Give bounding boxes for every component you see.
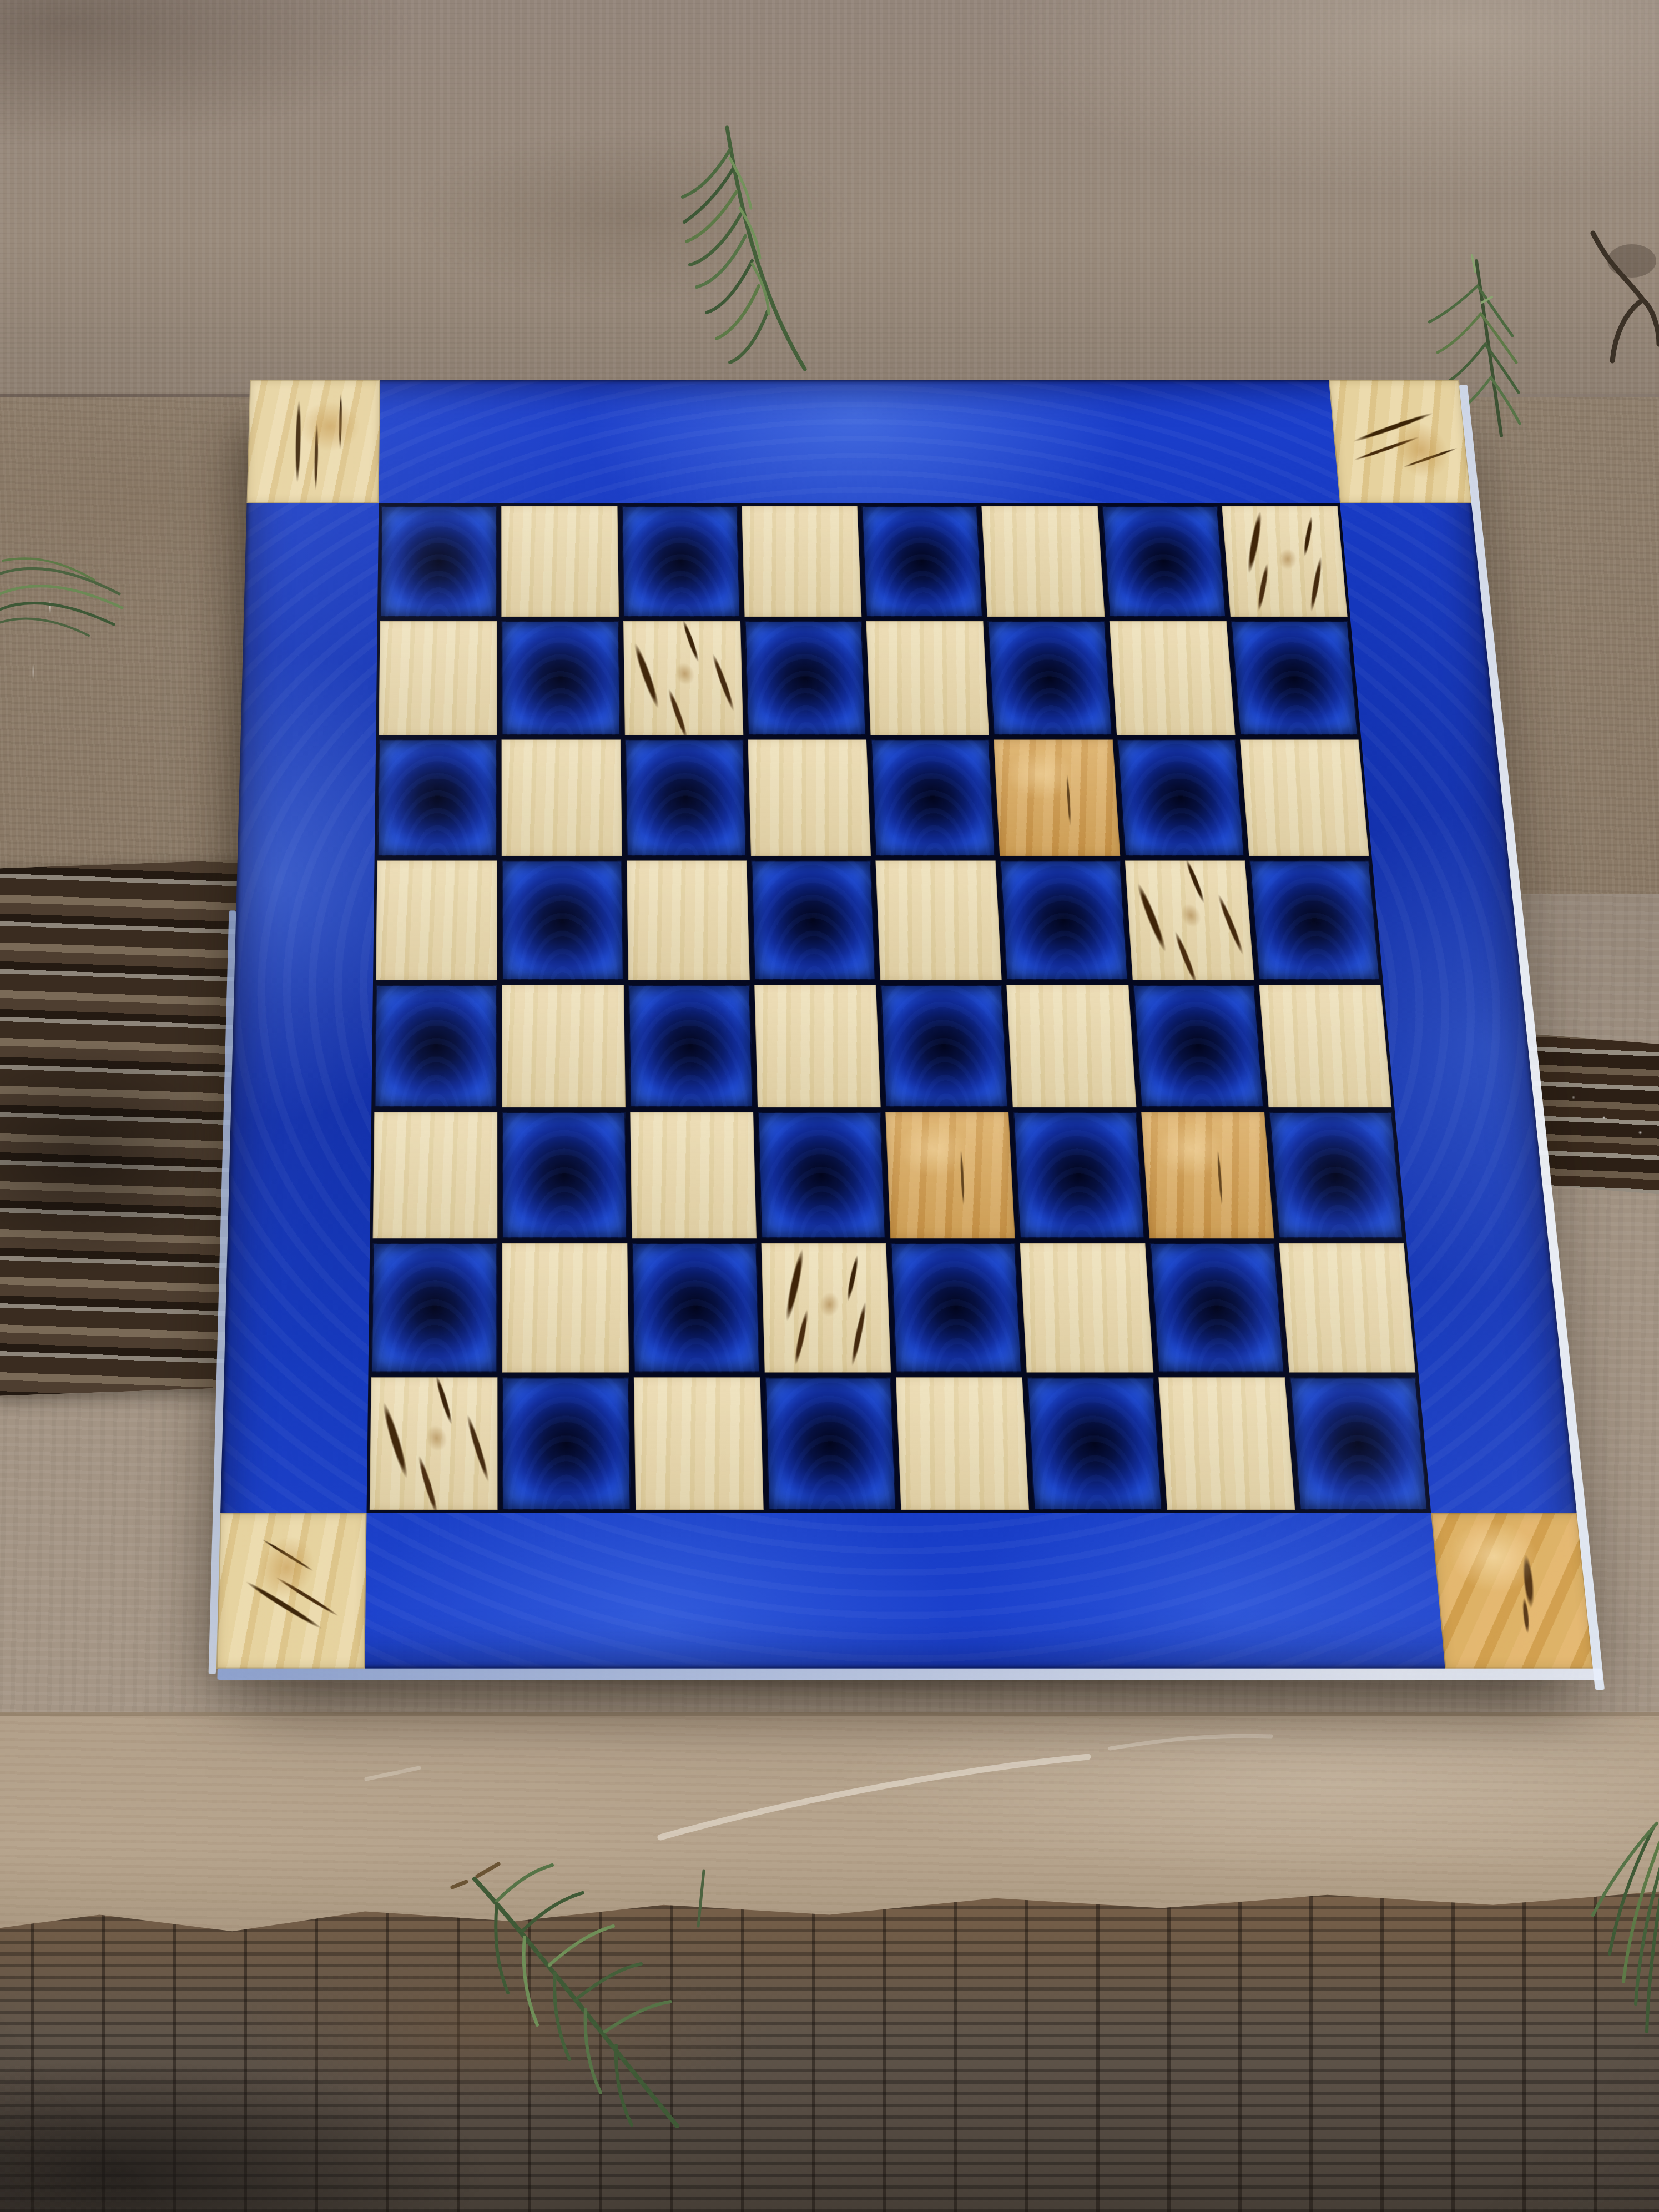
square-h2[interactable] <box>1279 1243 1415 1372</box>
square-g3[interactable] <box>1141 1112 1274 1238</box>
square-f5[interactable] <box>1000 860 1128 980</box>
background-plank-tan <box>0 1712 1659 1932</box>
square-b1[interactable] <box>502 1377 631 1510</box>
square-a3[interactable] <box>373 1112 498 1238</box>
square-d5[interactable] <box>751 860 876 980</box>
square-d1[interactable] <box>765 1377 896 1510</box>
square-b4[interactable] <box>502 985 625 1107</box>
square-f8[interactable] <box>981 506 1105 617</box>
square-a6[interactable] <box>377 739 497 856</box>
square-f2[interactable] <box>1020 1243 1153 1372</box>
square-c3[interactable] <box>630 1112 757 1238</box>
square-d2[interactable] <box>761 1243 891 1372</box>
square-g2[interactable] <box>1149 1243 1284 1372</box>
square-h1[interactable] <box>1289 1377 1428 1510</box>
square-a1[interactable] <box>370 1377 498 1510</box>
square-f7[interactable] <box>987 621 1112 735</box>
square-a2[interactable] <box>371 1243 498 1372</box>
square-g5[interactable] <box>1125 860 1254 980</box>
square-b7[interactable] <box>502 621 621 735</box>
square-b2[interactable] <box>502 1243 629 1372</box>
background-plank-upper <box>0 0 1659 397</box>
square-f6[interactable] <box>994 739 1120 856</box>
square-e2[interactable] <box>890 1243 1022 1372</box>
square-b6[interactable] <box>502 739 622 856</box>
square-g8[interactable] <box>1102 506 1226 617</box>
square-b3[interactable] <box>502 1112 627 1238</box>
square-g6[interactable] <box>1117 739 1244 856</box>
square-g4[interactable] <box>1133 985 1264 1107</box>
square-f4[interactable] <box>1006 985 1136 1107</box>
square-c4[interactable] <box>628 985 753 1107</box>
square-d4[interactable] <box>754 985 881 1107</box>
square-e4[interactable] <box>880 985 1008 1107</box>
corner-block-top-left <box>247 380 381 503</box>
square-h6[interactable] <box>1240 739 1369 856</box>
corner-block-bottom-left <box>216 1513 367 1669</box>
square-e1[interactable] <box>896 1377 1029 1510</box>
square-c6[interactable] <box>624 739 746 856</box>
square-d7[interactable] <box>744 621 866 735</box>
photo-scene <box>0 0 1659 2212</box>
square-f3[interactable] <box>1013 1112 1144 1238</box>
chess-board <box>216 380 1594 1669</box>
square-e5[interactable] <box>875 860 1002 980</box>
square-c2[interactable] <box>632 1243 760 1372</box>
bark-log-bottom <box>0 1882 1659 2212</box>
board-grid <box>366 503 1431 1513</box>
corner-block-top-right <box>1329 380 1472 503</box>
square-d6[interactable] <box>748 739 871 856</box>
square-g1[interactable] <box>1158 1377 1295 1510</box>
square-h5[interactable] <box>1249 860 1380 980</box>
square-h7[interactable] <box>1231 621 1358 735</box>
square-f1[interactable] <box>1027 1377 1162 1510</box>
square-e8[interactable] <box>861 506 983 617</box>
square-a4[interactable] <box>374 985 497 1107</box>
square-c1[interactable] <box>633 1377 763 1510</box>
square-d8[interactable] <box>742 506 861 617</box>
board-side-edge-bottom <box>217 1669 1603 1680</box>
square-c8[interactable] <box>622 506 740 617</box>
square-h3[interactable] <box>1269 1112 1404 1238</box>
square-g7[interactable] <box>1109 621 1235 735</box>
square-d3[interactable] <box>758 1112 886 1238</box>
square-b5[interactable] <box>502 860 623 980</box>
square-a8[interactable] <box>380 506 497 617</box>
square-a5[interactable] <box>376 860 497 980</box>
square-b8[interactable] <box>501 506 618 617</box>
square-a7[interactable] <box>379 621 497 735</box>
board-perspective-wrap <box>216 380 1594 1669</box>
corner-block-bottom-right <box>1431 1513 1594 1669</box>
square-c7[interactable] <box>623 621 744 735</box>
square-e7[interactable] <box>866 621 989 735</box>
square-h8[interactable] <box>1222 506 1348 617</box>
square-c5[interactable] <box>626 860 749 980</box>
square-h4[interactable] <box>1259 985 1391 1107</box>
square-e3[interactable] <box>885 1112 1015 1238</box>
square-e6[interactable] <box>871 739 996 856</box>
